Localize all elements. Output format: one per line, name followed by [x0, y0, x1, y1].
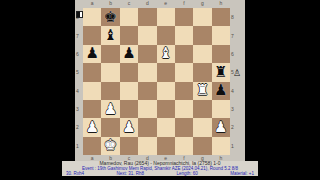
- square-h7: [212, 26, 230, 44]
- square-e2: [157, 118, 175, 136]
- chess-board: ♚♝♟♟♝♜♜♟♟♟♟♟♚: [83, 8, 230, 155]
- square-b1: ♚: [101, 137, 119, 155]
- black-pawn: ♟: [85, 46, 98, 61]
- square-d1: [138, 137, 156, 155]
- rank-label-7: 7: [75, 26, 83, 44]
- square-b7: ♝: [101, 26, 119, 44]
- square-f1: [175, 137, 193, 155]
- move-info-item: Length: 60: [177, 171, 198, 176]
- square-f6: [175, 45, 193, 63]
- game-info-bar: Mamedov, Rau (2654) - Nepomniachtchi, Ia…: [62, 161, 258, 176]
- square-d3: [138, 100, 156, 118]
- square-e1: [157, 137, 175, 155]
- square-b8: ♚: [101, 8, 119, 26]
- rank-label-4: 4: [75, 82, 83, 100]
- square-f5: [175, 63, 193, 81]
- move-info-item: 30. Rxh4: [66, 171, 84, 176]
- square-h2: ♟: [212, 118, 230, 136]
- chess-board-widget: abcdefgh 87654321 ♚♝♟♟♝♜♜♟♟♟♟♟♚ 87654321…: [75, 0, 245, 161]
- square-a6: ♟: [83, 45, 101, 63]
- square-c8: [120, 8, 138, 26]
- white-pawn: ♟: [214, 120, 227, 135]
- square-a2: ♟: [83, 118, 101, 136]
- square-e4: [157, 82, 175, 100]
- file-label-f: f: [175, 0, 193, 8]
- square-a7: [83, 26, 101, 44]
- rank-label-4: 4: [230, 82, 245, 100]
- white-pawn: ♟: [85, 120, 98, 135]
- square-e6: ♝: [157, 45, 175, 63]
- square-h4: ♟: [212, 82, 230, 100]
- file-label-e: e: [157, 0, 175, 8]
- rank-label-3: 3: [230, 100, 245, 118]
- square-b6: [101, 45, 119, 63]
- square-d2: [138, 118, 156, 136]
- square-a1: [83, 137, 101, 155]
- file-labels-top: abcdefgh: [83, 0, 230, 8]
- square-d6: [138, 45, 156, 63]
- square-a4: [83, 82, 101, 100]
- square-h1: [212, 137, 230, 155]
- square-a8: [83, 8, 101, 26]
- square-d5: [138, 63, 156, 81]
- square-e7: [157, 26, 175, 44]
- rank-label-6: 6: [75, 45, 83, 63]
- file-label-a: a: [83, 0, 101, 8]
- square-c1: [120, 137, 138, 155]
- square-h5: ♜: [212, 63, 230, 81]
- square-g7: [193, 26, 211, 44]
- rank-labels-right: 87654321: [230, 8, 245, 155]
- square-g8: [193, 8, 211, 26]
- file-label-d: d: [138, 0, 156, 8]
- white-pawn: ♟: [122, 120, 135, 135]
- square-b4: [101, 82, 119, 100]
- square-d8: [138, 8, 156, 26]
- white-king: ♚: [104, 138, 117, 153]
- square-g2: [193, 118, 211, 136]
- rank-label-1: 1: [230, 137, 245, 155]
- square-d4: [138, 82, 156, 100]
- square-f8: [175, 8, 193, 26]
- square-d7: [138, 26, 156, 44]
- move-info-item: Next: 31. Rh8: [117, 171, 145, 176]
- square-g1: [193, 137, 211, 155]
- file-label-b: b: [101, 0, 119, 8]
- square-f2: [175, 118, 193, 136]
- square-f4: [175, 82, 193, 100]
- square-b3: ♟: [101, 100, 119, 118]
- material-advantage-pawn-icon: ♙: [233, 68, 241, 78]
- square-f7: [175, 26, 193, 44]
- square-a5: [83, 63, 101, 81]
- rank-label-8: 8: [230, 8, 245, 26]
- rank-label-1: 1: [75, 137, 83, 155]
- file-label-c: c: [120, 0, 138, 8]
- black-pawn: ♟: [214, 83, 227, 98]
- file-label-h: h: [212, 0, 230, 8]
- rank-label-5: 5: [75, 63, 83, 81]
- move-info-item: Material: +1: [230, 171, 254, 176]
- black-king: ♚: [104, 10, 117, 25]
- square-g4: ♜: [193, 82, 211, 100]
- white-rook: ♜: [196, 83, 209, 98]
- square-e8: [157, 8, 175, 26]
- square-g3: [193, 100, 211, 118]
- square-c7: [120, 26, 138, 44]
- black-rook: ♜: [214, 65, 227, 80]
- square-b2: [101, 118, 119, 136]
- rank-labels-left: 87654321: [75, 8, 83, 155]
- square-f3: [175, 100, 193, 118]
- rank-label-3: 3: [75, 100, 83, 118]
- black-bishop: ♝: [104, 28, 117, 43]
- file-label-g: g: [193, 0, 211, 8]
- square-g5: [193, 63, 211, 81]
- turn-indicator-icon: [76, 11, 83, 18]
- square-c6: ♟: [120, 45, 138, 63]
- black-pawn: ♟: [122, 46, 135, 61]
- square-h3: [212, 100, 230, 118]
- square-g6: [193, 45, 211, 63]
- white-bishop: ♝: [159, 46, 172, 61]
- square-c4: [120, 82, 138, 100]
- move-info-line: 30. Rxh4Next: 31. Rh8Length: 60Material:…: [62, 171, 258, 176]
- square-e3: [157, 100, 175, 118]
- square-e5: [157, 63, 175, 81]
- square-h8: [212, 8, 230, 26]
- square-c2: ♟: [120, 118, 138, 136]
- square-h6: [212, 45, 230, 63]
- rank-label-7: 7: [230, 26, 245, 44]
- rank-label-6: 6: [230, 45, 245, 63]
- square-a3: [83, 100, 101, 118]
- square-c5: [120, 63, 138, 81]
- video-frame: abcdefgh 87654321 ♚♝♟♟♝♜♜♟♟♟♟♟♚ 87654321…: [60, 0, 260, 180]
- rank-label-2: 2: [230, 118, 245, 136]
- white-pawn: ♟: [104, 102, 117, 117]
- square-b5: [101, 63, 119, 81]
- rank-label-2: 2: [75, 118, 83, 136]
- square-c3: [120, 100, 138, 118]
